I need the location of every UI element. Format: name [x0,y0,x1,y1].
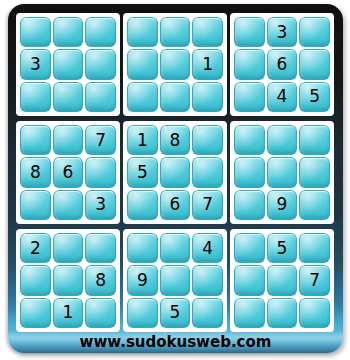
cell-r9c4[interactable] [127,298,158,328]
cell-r5c9[interactable] [299,157,330,187]
cell-r8c2[interactable] [53,265,84,295]
cell-r3c4[interactable] [127,82,158,112]
cell-r1c5[interactable] [160,17,191,47]
cell-r9c9[interactable] [299,298,330,328]
cell-r9c1[interactable] [20,298,51,328]
cell-r7c6[interactable]: 4 [192,233,223,263]
cell-r9c7[interactable] [234,298,265,328]
cell-r6c3[interactable]: 3 [85,190,116,220]
cell-r2c8[interactable]: 6 [267,49,298,79]
cell-r8c1[interactable] [20,265,51,295]
cell-r1c4[interactable] [127,17,158,47]
cell-r5c2[interactable]: 6 [53,157,84,187]
cell-r6c7[interactable] [234,190,265,220]
cell-r9c5[interactable]: 5 [160,298,191,328]
cell-r2c9[interactable] [299,49,330,79]
cell-r1c2[interactable] [53,17,84,47]
cell-r9c2[interactable]: 1 [53,298,84,328]
box-2: 1 [123,13,227,116]
box-7: 281 [16,229,120,332]
box-8: 495 [123,229,227,332]
cell-r4c9[interactable] [299,125,330,155]
website-link[interactable]: www.sudokusweb.com [80,333,272,351]
cell-r4c8[interactable] [267,125,298,155]
cell-r1c8[interactable]: 3 [267,17,298,47]
cell-r7c1[interactable]: 2 [20,233,51,263]
cell-r3c9[interactable]: 5 [299,82,330,112]
cell-r9c3[interactable] [85,298,116,328]
sudoku-panel: 313645786318567928149557 www.sudokusweb.… [8,4,343,353]
cell-r3c3[interactable] [85,82,116,112]
cell-r7c7[interactable] [234,233,265,263]
cell-r3c1[interactable] [20,82,51,112]
cell-r8c4[interactable]: 9 [127,265,158,295]
cell-r9c8[interactable] [267,298,298,328]
cell-r5c7[interactable] [234,157,265,187]
cell-r5c3[interactable] [85,157,116,187]
cell-r7c9[interactable] [299,233,330,263]
cell-r1c9[interactable] [299,17,330,47]
cell-r6c6[interactable]: 7 [192,190,223,220]
cell-r4c4[interactable]: 1 [127,125,158,155]
cell-r1c6[interactable] [192,17,223,47]
cell-r4c2[interactable] [53,125,84,155]
cell-r6c5[interactable]: 6 [160,190,191,220]
box-6: 9 [230,121,334,224]
cell-r1c1[interactable] [20,17,51,47]
cell-r8c5[interactable] [160,265,191,295]
cell-r4c1[interactable] [20,125,51,155]
cell-r6c4[interactable] [127,190,158,220]
cell-r2c1[interactable]: 3 [20,49,51,79]
cell-r2c7[interactable] [234,49,265,79]
cell-r5c4[interactable]: 5 [127,157,158,187]
cell-r6c1[interactable] [20,190,51,220]
cell-r5c8[interactable] [267,157,298,187]
cell-r7c5[interactable] [160,233,191,263]
cell-r8c8[interactable] [267,265,298,295]
cell-r2c5[interactable] [160,49,191,79]
cell-r8c7[interactable] [234,265,265,295]
cell-r5c1[interactable]: 8 [20,157,51,187]
cell-r9c6[interactable] [192,298,223,328]
cell-r8c6[interactable] [192,265,223,295]
cell-r3c5[interactable] [160,82,191,112]
cell-r4c3[interactable]: 7 [85,125,116,155]
cell-r2c6[interactable]: 1 [192,49,223,79]
cell-r5c6[interactable] [192,157,223,187]
cell-r8c9[interactable]: 7 [299,265,330,295]
cell-r3c6[interactable] [192,82,223,112]
cell-r6c2[interactable] [53,190,84,220]
cell-r5c5[interactable] [160,157,191,187]
cell-r2c2[interactable] [53,49,84,79]
footer-bar: www.sudokusweb.com [8,330,343,353]
cell-r2c3[interactable] [85,49,116,79]
cell-r3c7[interactable] [234,82,265,112]
cell-r7c2[interactable] [53,233,84,263]
cell-r4c7[interactable] [234,125,265,155]
cell-r1c3[interactable] [85,17,116,47]
box-3: 3645 [230,13,334,116]
box-4: 7863 [16,121,120,224]
cell-r4c6[interactable] [192,125,223,155]
cell-r8c3[interactable]: 8 [85,265,116,295]
sudoku-board: 313645786318567928149557 [16,13,334,332]
box-5: 18567 [123,121,227,224]
cell-r6c8[interactable]: 9 [267,190,298,220]
cell-r6c9[interactable] [299,190,330,220]
box-1: 3 [16,13,120,116]
cell-r1c7[interactable] [234,17,265,47]
cell-r2c4[interactable] [127,49,158,79]
cell-r3c8[interactable]: 4 [267,82,298,112]
cell-r3c2[interactable] [53,82,84,112]
page-background: 313645786318567928149557 www.sudokusweb.… [0,0,350,360]
box-9: 57 [230,229,334,332]
cell-r7c4[interactable] [127,233,158,263]
cell-r4c5[interactable]: 8 [160,125,191,155]
cell-r7c3[interactable] [85,233,116,263]
cell-r7c8[interactable]: 5 [267,233,298,263]
